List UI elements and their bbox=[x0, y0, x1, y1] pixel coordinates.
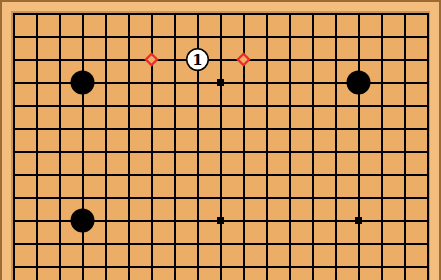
hoshi-point bbox=[217, 79, 224, 86]
white-stone-move-number: 1 bbox=[192, 51, 202, 69]
red-diamond-mark bbox=[146, 54, 157, 65]
black-stone bbox=[71, 209, 95, 233]
red-diamond-mark bbox=[238, 54, 249, 65]
hoshi-point bbox=[355, 217, 362, 224]
go-board-diagram: 1 bbox=[0, 0, 441, 280]
hoshi-point bbox=[217, 217, 224, 224]
board-graphics: 1 bbox=[12, 12, 430, 280]
black-stone bbox=[71, 71, 95, 95]
board-grid bbox=[13, 13, 429, 280]
black-stone bbox=[347, 71, 371, 95]
